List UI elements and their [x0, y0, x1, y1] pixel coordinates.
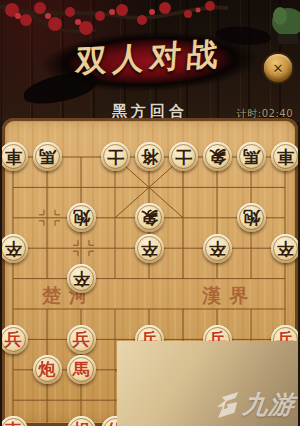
piece-red-兵[interactable]: 兵: [67, 325, 96, 354]
piece-black-炮[interactable]: 炮: [67, 203, 96, 232]
piece-black-卒[interactable]: 卒: [203, 234, 232, 263]
piece-glyph: 車: [277, 148, 294, 165]
title-banner: 双人对战: [38, 22, 262, 98]
piece-glyph: 士: [175, 148, 192, 165]
piece-black-卒[interactable]: 卒: [67, 264, 96, 293]
piece-black-馬[interactable]: 馬: [237, 142, 266, 171]
close-button[interactable]: ✕: [264, 54, 292, 82]
jiuyou-logo-icon: [212, 390, 241, 420]
piece-glyph: 馬: [243, 148, 260, 165]
piece-glyph: 炮: [73, 209, 90, 226]
piece-glyph: 卒: [277, 240, 294, 257]
piece-glyph: 炮: [39, 361, 56, 378]
watermark-overlay: 九游: [117, 341, 298, 426]
piece-black-士[interactable]: 士: [101, 142, 130, 171]
piece-red-馬[interactable]: 馬: [67, 355, 96, 384]
piece-red-兵[interactable]: 兵: [2, 325, 28, 354]
piece-red-相[interactable]: 相: [67, 416, 96, 426]
watermark-text: 九游: [241, 388, 296, 421]
piece-black-卒[interactable]: 卒: [271, 234, 299, 263]
header: 双人对战 ✕ 黑方回合 计时:02:40: [0, 0, 300, 122]
piece-glyph: 炮: [243, 209, 260, 226]
piece-glyph: 馬: [39, 148, 56, 165]
piece-glyph: 象: [141, 209, 158, 226]
close-icon: ✕: [273, 61, 284, 76]
piece-glyph: 卒: [209, 240, 226, 257]
piece-black-炮[interactable]: 炮: [237, 203, 266, 232]
piece-glyph: 車: [5, 422, 22, 426]
piece-glyph: 兵: [73, 331, 90, 348]
jiuyou-logo: 九游: [212, 388, 296, 421]
piece-black-士[interactable]: 士: [169, 142, 198, 171]
piece-glyph: 卒: [141, 240, 158, 257]
piece-glyph: 卒: [73, 270, 90, 287]
piece-glyph: 兵: [5, 331, 22, 348]
game-screen: 双人对战 ✕ 黑方回合 计时:02:40: [0, 0, 300, 426]
piece-black-象[interactable]: 象: [135, 203, 164, 232]
piece-glyph: 象: [209, 148, 226, 165]
piece-red-車[interactable]: 車: [2, 416, 28, 426]
piece-glyph: 士: [107, 148, 124, 165]
xiangqi-board[interactable]: 楚河 漢界 車馬士将士象馬車炮象炮卒卒卒卒卒兵兵兵兵兵炮馬炮車相仕帥仕相馬車 九…: [2, 118, 298, 426]
piece-glyph: 馬: [73, 361, 90, 378]
piece-black-馬[interactable]: 馬: [33, 142, 62, 171]
piece-glyph: 車: [5, 148, 22, 165]
piece-black-車[interactable]: 車: [271, 142, 299, 171]
potted-plant-decoration: [272, 7, 300, 44]
piece-glyph: 卒: [5, 240, 22, 257]
piece-glyph: 相: [73, 422, 90, 426]
piece-red-炮[interactable]: 炮: [33, 355, 62, 384]
piece-black-車[interactable]: 車: [2, 142, 28, 171]
piece-black-卒[interactable]: 卒: [135, 234, 164, 263]
piece-black-象[interactable]: 象: [203, 142, 232, 171]
piece-black-将[interactable]: 将: [135, 142, 164, 171]
piece-black-卒[interactable]: 卒: [2, 234, 28, 263]
piece-glyph: 将: [141, 148, 158, 165]
